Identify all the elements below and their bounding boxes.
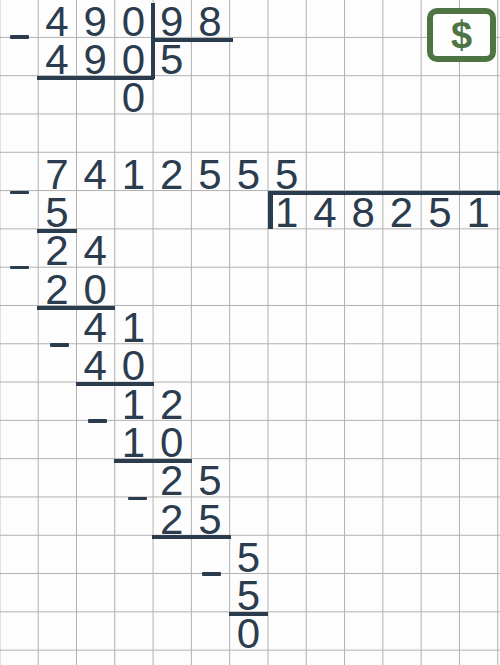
p1-subtract-underline bbox=[37, 76, 154, 80]
digit-cell: 1 bbox=[114, 156, 152, 194]
digit-cell: 0 bbox=[229, 615, 267, 653]
p1-divisor-underline bbox=[153, 38, 233, 42]
digit-cell: 5 bbox=[191, 156, 229, 194]
minus-sign bbox=[202, 572, 221, 576]
minus-sign bbox=[128, 497, 147, 501]
digit-cell: 1 bbox=[114, 424, 152, 462]
p2-divider-line bbox=[268, 191, 273, 229]
digit-cell: 5 bbox=[229, 156, 267, 194]
p2-quotient-overline bbox=[268, 191, 500, 195]
minus-sign bbox=[50, 343, 69, 347]
minus-sign bbox=[10, 191, 29, 195]
digit-cell: 8 bbox=[344, 194, 382, 232]
digit-cell: 2 bbox=[382, 194, 420, 232]
p2-underline-step6 bbox=[229, 612, 269, 616]
digit-cell: 9 bbox=[76, 41, 114, 79]
digit-cell: 5 bbox=[153, 41, 191, 79]
digit-cell: 2 bbox=[38, 232, 76, 270]
digit-cell: 4 bbox=[306, 194, 344, 232]
digit-cell: 4 bbox=[76, 156, 114, 194]
digit-cell: 8 bbox=[191, 3, 229, 41]
minus-sign bbox=[10, 35, 29, 39]
p2-underline-step2 bbox=[37, 306, 115, 310]
digit-cell: 1 bbox=[459, 194, 497, 232]
digit-cell: 4 bbox=[76, 347, 114, 385]
p2-underline-step5 bbox=[152, 535, 231, 539]
digit-cell: 2 bbox=[153, 462, 191, 500]
digit-cell: 4 bbox=[76, 232, 114, 270]
p2-underline-step1 bbox=[37, 229, 77, 233]
dollar-glyph: $ bbox=[451, 16, 472, 54]
p2-underline-step3 bbox=[76, 382, 154, 386]
digit-cell: 0 bbox=[114, 347, 152, 385]
worksheet-page: 4909849050741255551482512420414012102525… bbox=[0, 0, 500, 665]
digit-cell: 2 bbox=[153, 501, 191, 539]
money-icon: $ bbox=[427, 8, 496, 62]
digit-cell: 5 bbox=[191, 462, 229, 500]
digit-cell: 2 bbox=[153, 156, 191, 194]
digit-cell: 5 bbox=[421, 194, 459, 232]
minus-sign bbox=[88, 419, 107, 423]
digit-cell: 4 bbox=[38, 41, 76, 79]
digit-cell: 0 bbox=[114, 79, 152, 117]
p2-underline-step4 bbox=[114, 459, 192, 463]
minus-sign bbox=[10, 266, 29, 270]
digit-cell: 5 bbox=[191, 501, 229, 539]
digit-cell: 2 bbox=[38, 271, 76, 309]
digit-cell: 1 bbox=[268, 194, 306, 232]
